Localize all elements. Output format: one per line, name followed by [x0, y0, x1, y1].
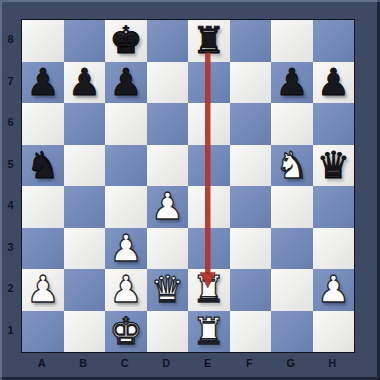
file-label-g: G — [270, 353, 312, 375]
rank-label-1: 1 — [0, 310, 21, 352]
square-h2[interactable]: ♟ — [313, 269, 355, 311]
chess-board-frame: 87654321 ABCDEFGH ♚♜♟♟♟♟♟♞♞♛♟♟♟♟♛♜♟♚♜ — [0, 0, 380, 380]
rank-label-3: 3 — [0, 227, 21, 269]
square-e8[interactable]: ♜ — [188, 20, 230, 62]
rank-label-8: 8 — [0, 19, 21, 61]
piece-black-rook[interactable]: ♜ — [192, 20, 225, 62]
piece-black-pawn[interactable]: ♟ — [26, 62, 59, 104]
square-a7[interactable]: ♟ — [22, 62, 64, 104]
square-b2[interactable] — [64, 269, 106, 311]
square-a4[interactable] — [22, 186, 64, 228]
square-h6[interactable] — [313, 103, 355, 145]
file-label-d: D — [146, 353, 188, 375]
square-c1[interactable]: ♚ — [105, 311, 147, 353]
piece-white-queen[interactable]: ♛ — [151, 269, 184, 311]
square-c3[interactable]: ♟ — [105, 228, 147, 270]
square-e5[interactable] — [188, 145, 230, 187]
square-b1[interactable] — [64, 311, 106, 353]
square-c4[interactable] — [105, 186, 147, 228]
square-d2[interactable]: ♛ — [147, 269, 189, 311]
square-g2[interactable] — [271, 269, 313, 311]
square-c2[interactable]: ♟ — [105, 269, 147, 311]
file-label-b: B — [63, 353, 105, 375]
square-h8[interactable] — [313, 20, 355, 62]
square-e4[interactable] — [188, 186, 230, 228]
square-d4[interactable]: ♟ — [147, 186, 189, 228]
square-b4[interactable] — [64, 186, 106, 228]
square-f3[interactable] — [230, 228, 272, 270]
square-d3[interactable] — [147, 228, 189, 270]
square-g1[interactable] — [271, 311, 313, 353]
piece-black-pawn[interactable]: ♟ — [109, 62, 142, 104]
rank-label-6: 6 — [0, 102, 21, 144]
square-d5[interactable] — [147, 145, 189, 187]
square-b7[interactable]: ♟ — [64, 62, 106, 104]
piece-black-king[interactable]: ♚ — [109, 20, 142, 62]
rank-labels: 87654321 — [0, 19, 21, 351]
square-h5[interactable]: ♛ — [313, 145, 355, 187]
square-c6[interactable] — [105, 103, 147, 145]
piece-white-pawn[interactable]: ♟ — [109, 228, 142, 270]
square-c8[interactable]: ♚ — [105, 20, 147, 62]
square-h7[interactable]: ♟ — [313, 62, 355, 104]
rank-label-4: 4 — [0, 185, 21, 227]
square-c5[interactable] — [105, 145, 147, 187]
square-a8[interactable] — [22, 20, 64, 62]
piece-white-rook[interactable]: ♜ — [192, 269, 225, 311]
square-g5[interactable]: ♞ — [271, 145, 313, 187]
square-d7[interactable] — [147, 62, 189, 104]
square-d8[interactable] — [147, 20, 189, 62]
square-f7[interactable] — [230, 62, 272, 104]
square-d6[interactable] — [147, 103, 189, 145]
square-f2[interactable] — [230, 269, 272, 311]
file-label-e: E — [187, 353, 229, 375]
square-g8[interactable] — [271, 20, 313, 62]
square-g4[interactable] — [271, 186, 313, 228]
square-a5[interactable]: ♞ — [22, 145, 64, 187]
square-a2[interactable]: ♟ — [22, 269, 64, 311]
square-f1[interactable] — [230, 311, 272, 353]
square-f6[interactable] — [230, 103, 272, 145]
file-label-h: H — [312, 353, 354, 375]
rank-label-2: 2 — [0, 268, 21, 310]
square-b5[interactable] — [64, 145, 106, 187]
square-f8[interactable] — [230, 20, 272, 62]
square-h3[interactable] — [313, 228, 355, 270]
square-f5[interactable] — [230, 145, 272, 187]
square-d1[interactable] — [147, 311, 189, 353]
file-label-f: F — [229, 353, 271, 375]
square-f4[interactable] — [230, 186, 272, 228]
file-labels: ABCDEFGH — [21, 353, 353, 375]
file-label-a: A — [21, 353, 63, 375]
rank-label-7: 7 — [0, 61, 21, 103]
square-b8[interactable] — [64, 20, 106, 62]
piece-black-pawn[interactable]: ♟ — [275, 62, 308, 104]
square-a3[interactable] — [22, 228, 64, 270]
square-b6[interactable] — [64, 103, 106, 145]
square-g6[interactable] — [271, 103, 313, 145]
chess-board: ♚♜♟♟♟♟♟♞♞♛♟♟♟♟♛♜♟♚♜ — [21, 19, 355, 353]
square-e1[interactable]: ♜ — [188, 311, 230, 353]
rank-label-5: 5 — [0, 144, 21, 186]
piece-black-pawn[interactable]: ♟ — [317, 62, 350, 104]
file-label-c: C — [104, 353, 146, 375]
square-a1[interactable] — [22, 311, 64, 353]
square-e3[interactable] — [188, 228, 230, 270]
square-h4[interactable] — [313, 186, 355, 228]
square-a6[interactable] — [22, 103, 64, 145]
piece-black-pawn[interactable]: ♟ — [68, 62, 101, 104]
square-b3[interactable] — [64, 228, 106, 270]
square-g7[interactable]: ♟ — [271, 62, 313, 104]
piece-white-knight[interactable]: ♞ — [275, 145, 308, 187]
piece-black-knight[interactable]: ♞ — [26, 145, 59, 187]
piece-white-king[interactable]: ♚ — [109, 311, 142, 353]
piece-white-pawn[interactable]: ♟ — [151, 186, 184, 228]
piece-white-pawn[interactable]: ♟ — [109, 269, 142, 311]
piece-white-pawn[interactable]: ♟ — [26, 269, 59, 311]
square-e6[interactable] — [188, 103, 230, 145]
square-h1[interactable] — [313, 311, 355, 353]
square-g3[interactable] — [271, 228, 313, 270]
piece-white-pawn[interactable]: ♟ — [317, 269, 350, 311]
square-e2[interactable]: ♜ — [188, 269, 230, 311]
square-c7[interactable]: ♟ — [105, 62, 147, 104]
square-e7[interactable] — [188, 62, 230, 104]
piece-black-queen[interactable]: ♛ — [317, 145, 350, 187]
piece-white-rook[interactable]: ♜ — [192, 311, 225, 353]
